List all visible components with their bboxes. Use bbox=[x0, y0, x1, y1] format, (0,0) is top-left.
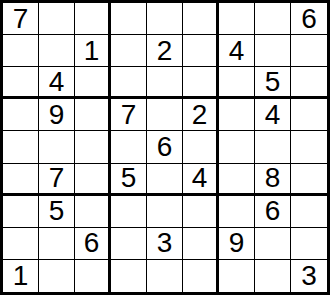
cell-r4c2[interactable]: 9 bbox=[39, 99, 75, 131]
cell-r8c6[interactable] bbox=[183, 228, 219, 260]
cell-r8c1[interactable] bbox=[3, 228, 39, 260]
cell-r4c8[interactable]: 4 bbox=[255, 99, 291, 131]
cell-r5c6[interactable] bbox=[183, 131, 219, 163]
cell-r8c5[interactable]: 3 bbox=[147, 228, 183, 260]
cell-r5c1[interactable] bbox=[3, 131, 39, 163]
cell-r5c7[interactable] bbox=[219, 131, 255, 163]
cell-r2c6[interactable] bbox=[183, 35, 219, 67]
cell-r7c4[interactable] bbox=[111, 196, 147, 228]
cell-r6c7[interactable] bbox=[219, 164, 255, 196]
cell-r7c1[interactable] bbox=[3, 196, 39, 228]
cell-r1c2[interactable] bbox=[39, 3, 75, 35]
cell-r6c2[interactable]: 7 bbox=[39, 164, 75, 196]
cell-r1c1[interactable]: 7 bbox=[3, 3, 39, 35]
cell-r8c4[interactable] bbox=[111, 228, 147, 260]
cell-r7c3[interactable] bbox=[75, 196, 111, 228]
cell-r9c6[interactable] bbox=[183, 260, 219, 292]
cell-r9c8[interactable] bbox=[255, 260, 291, 292]
cell-r2c5[interactable]: 2 bbox=[147, 35, 183, 67]
cell-r4c4[interactable]: 7 bbox=[111, 99, 147, 131]
cell-r2c7[interactable]: 4 bbox=[219, 35, 255, 67]
cell-r2c8[interactable] bbox=[255, 35, 291, 67]
cell-r5c5[interactable]: 6 bbox=[147, 131, 183, 163]
cell-r4c6[interactable]: 2 bbox=[183, 99, 219, 131]
cell-r6c5[interactable] bbox=[147, 164, 183, 196]
cell-r3c4[interactable] bbox=[111, 67, 147, 99]
cell-r5c4[interactable] bbox=[111, 131, 147, 163]
cell-r9c2[interactable] bbox=[39, 260, 75, 292]
cell-r6c6[interactable]: 4 bbox=[183, 164, 219, 196]
cell-r3c5[interactable] bbox=[147, 67, 183, 99]
cell-r8c9[interactable] bbox=[291, 228, 327, 260]
cell-r9c7[interactable] bbox=[219, 260, 255, 292]
cell-r2c4[interactable] bbox=[111, 35, 147, 67]
cell-r2c2[interactable] bbox=[39, 35, 75, 67]
cell-r1c8[interactable] bbox=[255, 3, 291, 35]
cell-r1c4[interactable] bbox=[111, 3, 147, 35]
cell-r3c6[interactable] bbox=[183, 67, 219, 99]
cell-r2c9[interactable] bbox=[291, 35, 327, 67]
cell-r7c6[interactable] bbox=[183, 196, 219, 228]
cell-r4c5[interactable] bbox=[147, 99, 183, 131]
cell-r7c8[interactable]: 6 bbox=[255, 196, 291, 228]
cell-r4c7[interactable] bbox=[219, 99, 255, 131]
cell-r6c9[interactable] bbox=[291, 164, 327, 196]
cell-r8c8[interactable] bbox=[255, 228, 291, 260]
cell-r3c2[interactable]: 4 bbox=[39, 67, 75, 99]
cell-r3c8[interactable]: 5 bbox=[255, 67, 291, 99]
cell-r9c3[interactable] bbox=[75, 260, 111, 292]
cell-r8c3[interactable]: 6 bbox=[75, 228, 111, 260]
cell-r5c3[interactable] bbox=[75, 131, 111, 163]
cell-r1c3[interactable] bbox=[75, 3, 111, 35]
cell-r3c7[interactable] bbox=[219, 67, 255, 99]
cell-r9c9[interactable]: 3 bbox=[291, 260, 327, 292]
cell-r4c1[interactable] bbox=[3, 99, 39, 131]
cell-r5c8[interactable] bbox=[255, 131, 291, 163]
cell-r5c9[interactable] bbox=[291, 131, 327, 163]
cell-r3c3[interactable] bbox=[75, 67, 111, 99]
sudoku-board: 76124459724675485663913 bbox=[0, 0, 330, 295]
cell-r8c7[interactable]: 9 bbox=[219, 228, 255, 260]
cell-r6c1[interactable] bbox=[3, 164, 39, 196]
cell-r7c5[interactable] bbox=[147, 196, 183, 228]
cell-r4c3[interactable] bbox=[75, 99, 111, 131]
cell-r8c2[interactable] bbox=[39, 228, 75, 260]
cell-r9c4[interactable] bbox=[111, 260, 147, 292]
cell-r9c5[interactable] bbox=[147, 260, 183, 292]
cell-r1c6[interactable] bbox=[183, 3, 219, 35]
cell-r9c1[interactable]: 1 bbox=[3, 260, 39, 292]
cell-r7c9[interactable] bbox=[291, 196, 327, 228]
cell-r3c9[interactable] bbox=[291, 67, 327, 99]
cell-r6c3[interactable] bbox=[75, 164, 111, 196]
cell-r6c4[interactable]: 5 bbox=[111, 164, 147, 196]
cell-r5c2[interactable] bbox=[39, 131, 75, 163]
cell-r6c8[interactable]: 8 bbox=[255, 164, 291, 196]
cell-r7c7[interactable] bbox=[219, 196, 255, 228]
cell-r2c1[interactable] bbox=[3, 35, 39, 67]
cell-r2c3[interactable]: 1 bbox=[75, 35, 111, 67]
cell-r3c1[interactable] bbox=[3, 67, 39, 99]
cell-r4c9[interactable] bbox=[291, 99, 327, 131]
cell-r7c2[interactable]: 5 bbox=[39, 196, 75, 228]
cell-r1c7[interactable] bbox=[219, 3, 255, 35]
cell-r1c9[interactable]: 6 bbox=[291, 3, 327, 35]
cell-r1c5[interactable] bbox=[147, 3, 183, 35]
